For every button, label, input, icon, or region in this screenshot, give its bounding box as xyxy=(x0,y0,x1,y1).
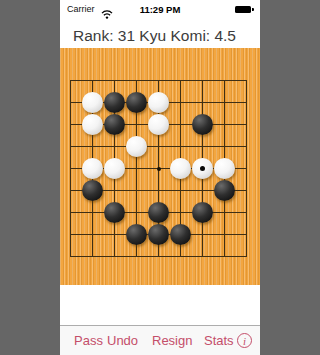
intersection-1-2[interactable] xyxy=(60,91,81,113)
intersection-7-6[interactable] xyxy=(191,179,213,201)
black-stone xyxy=(126,224,147,245)
intersection-4-3[interactable] xyxy=(125,113,147,135)
intersection-7-3[interactable] xyxy=(191,113,213,135)
intersection-7-4[interactable] xyxy=(191,135,213,157)
intersection-5-2[interactable] xyxy=(147,91,169,113)
stone-grid xyxy=(60,69,257,267)
intersection-4-9[interactable] xyxy=(125,245,147,267)
intersection-3-8[interactable] xyxy=(103,223,125,245)
black-stone xyxy=(82,180,103,201)
intersection-3-1[interactable] xyxy=(103,69,125,91)
rank-label: Rank: 31 Kyu xyxy=(73,27,166,45)
intersection-2-2[interactable] xyxy=(81,91,103,113)
intersection-2-9[interactable] xyxy=(81,245,103,267)
intersection-6-2[interactable] xyxy=(169,91,191,113)
status-bar: Carrier 11:29 PM xyxy=(60,0,260,20)
intersection-1-6[interactable] xyxy=(60,179,81,201)
intersection-4-7[interactable] xyxy=(125,201,147,223)
intersection-6-7[interactable] xyxy=(169,201,191,223)
intersection-1-5[interactable] xyxy=(60,157,81,179)
black-stone xyxy=(148,224,169,245)
white-stone xyxy=(104,158,125,179)
intersection-3-7[interactable] xyxy=(103,201,125,223)
black-stone xyxy=(104,114,125,135)
intersection-9-8[interactable] xyxy=(235,223,257,245)
undo-button[interactable]: Undo xyxy=(107,326,138,355)
white-stone xyxy=(170,158,191,179)
intersection-5-4[interactable] xyxy=(147,135,169,157)
intersection-3-4[interactable] xyxy=(103,135,125,157)
intersection-8-5[interactable] xyxy=(213,157,235,179)
white-stone xyxy=(148,114,169,135)
stats-button[interactable]: Stats xyxy=(204,326,234,355)
komi-label: Komi: 4.5 xyxy=(171,27,236,45)
white-stone xyxy=(82,92,103,113)
intersection-1-3[interactable] xyxy=(60,113,81,135)
intersection-9-4[interactable] xyxy=(235,135,257,157)
intersection-6-3[interactable] xyxy=(169,113,191,135)
white-stone-last-move xyxy=(192,158,213,179)
intersection-5-1[interactable] xyxy=(147,69,169,91)
intersection-2-5[interactable] xyxy=(81,157,103,179)
intersection-2-8[interactable] xyxy=(81,223,103,245)
white-stone xyxy=(148,92,169,113)
intersection-4-5[interactable] xyxy=(125,157,147,179)
intersection-8-6[interactable] xyxy=(213,179,235,201)
white-stone xyxy=(82,114,103,135)
intersection-5-7[interactable] xyxy=(147,201,169,223)
intersection-7-9[interactable] xyxy=(191,245,213,267)
intersection-1-8[interactable] xyxy=(60,223,81,245)
intersection-3-3[interactable] xyxy=(103,113,125,135)
intersection-8-8[interactable] xyxy=(213,223,235,245)
intersection-8-2[interactable] xyxy=(213,91,235,113)
intersection-4-4[interactable] xyxy=(125,135,147,157)
intersection-7-1[interactable] xyxy=(191,69,213,91)
black-stone xyxy=(192,202,213,223)
intersection-6-4[interactable] xyxy=(169,135,191,157)
intersection-9-6[interactable] xyxy=(235,179,257,201)
black-stone xyxy=(214,180,235,201)
carrier-label: Carrier xyxy=(67,4,95,14)
intersection-1-9[interactable] xyxy=(60,245,81,267)
intersection-4-1[interactable] xyxy=(125,69,147,91)
intersection-4-2[interactable] xyxy=(125,91,147,113)
black-stone xyxy=(170,224,191,245)
intersection-6-5[interactable] xyxy=(169,157,191,179)
bottom-toolbar: Pass Undo Resign Stats i xyxy=(60,325,260,355)
intersection-6-6[interactable] xyxy=(169,179,191,201)
intersection-7-7[interactable] xyxy=(191,201,213,223)
intersection-9-9[interactable] xyxy=(235,245,257,267)
intersection-7-8[interactable] xyxy=(191,223,213,245)
intersection-6-9[interactable] xyxy=(169,245,191,267)
intersection-3-5[interactable] xyxy=(103,157,125,179)
intersection-3-6[interactable] xyxy=(103,179,125,201)
intersection-9-7[interactable] xyxy=(235,201,257,223)
resign-button[interactable]: Resign xyxy=(152,326,192,355)
intersection-9-1[interactable] xyxy=(235,69,257,91)
clock-label: 11:29 PM xyxy=(140,4,181,15)
intersection-4-6[interactable] xyxy=(125,179,147,201)
black-stone xyxy=(104,92,125,113)
intersection-3-9[interactable] xyxy=(103,245,125,267)
intersection-5-5[interactable] xyxy=(147,157,169,179)
intersection-8-4[interactable] xyxy=(213,135,235,157)
white-stone xyxy=(82,158,103,179)
white-stone xyxy=(126,136,147,157)
intersection-2-6[interactable] xyxy=(81,179,103,201)
black-stone xyxy=(148,202,169,223)
intersection-1-7[interactable] xyxy=(60,201,81,223)
intersection-7-5[interactable] xyxy=(191,157,213,179)
intersection-8-1[interactable] xyxy=(213,69,235,91)
intersection-6-8[interactable] xyxy=(169,223,191,245)
pass-button[interactable]: Pass xyxy=(74,326,103,355)
intersection-1-4[interactable] xyxy=(60,135,81,157)
black-stone xyxy=(126,92,147,113)
app-screen: Carrier 11:29 PM Rank: 31 Kyu Komi: 4.5 … xyxy=(60,0,260,355)
intersection-2-1[interactable] xyxy=(81,69,103,91)
battery-icon xyxy=(235,6,254,13)
intersection-5-9[interactable] xyxy=(147,245,169,267)
intersection-6-1[interactable] xyxy=(169,69,191,91)
black-stone xyxy=(104,202,125,223)
game-info-header: Rank: 31 Kyu Komi: 4.5 xyxy=(60,20,260,48)
intersection-2-3[interactable] xyxy=(81,113,103,135)
go-board[interactable] xyxy=(60,48,260,285)
intersection-5-8[interactable] xyxy=(147,223,169,245)
intersection-7-2[interactable] xyxy=(191,91,213,113)
intersection-8-7[interactable] xyxy=(213,201,235,223)
intersection-9-2[interactable] xyxy=(235,91,257,113)
intersection-2-7[interactable] xyxy=(81,201,103,223)
white-stone xyxy=(214,158,235,179)
intersection-8-9[interactable] xyxy=(213,245,235,267)
intersection-3-2[interactable] xyxy=(103,91,125,113)
intersection-5-6[interactable] xyxy=(147,179,169,201)
intersection-2-4[interactable] xyxy=(81,135,103,157)
intersection-4-8[interactable] xyxy=(125,223,147,245)
intersection-9-3[interactable] xyxy=(235,113,257,135)
intersection-1-1[interactable] xyxy=(60,69,81,91)
intersection-5-3[interactable] xyxy=(147,113,169,135)
black-stone xyxy=(192,114,213,135)
info-button[interactable]: i xyxy=(237,333,252,348)
intersection-8-3[interactable] xyxy=(213,113,235,135)
intersection-9-5[interactable] xyxy=(235,157,257,179)
